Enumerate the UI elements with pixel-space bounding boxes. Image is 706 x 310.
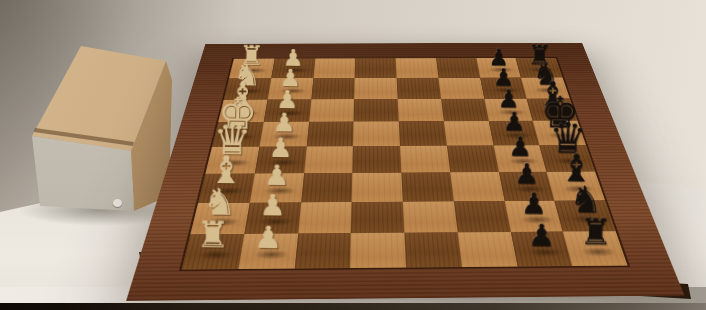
- white-pawn: ♟: [264, 161, 289, 189]
- square: [351, 201, 404, 233]
- square: ♟: [510, 232, 572, 267]
- black-pawn: ♟: [520, 189, 546, 218]
- square: [350, 233, 406, 268]
- square: [298, 202, 352, 234]
- square: [438, 78, 484, 99]
- square: [311, 78, 355, 99]
- square: [294, 233, 351, 268]
- square: [301, 173, 353, 202]
- square: [352, 173, 403, 202]
- square: [400, 146, 450, 173]
- board-grid: ♜♟♟♜♞♟♟♞♝♟♟♝♚♟♟♚♛♟♟♛♝♟♟♝♞♟♟♞♜♟♟♜: [182, 58, 628, 270]
- square: ♜: [182, 234, 244, 269]
- chess-board-wrapper: ♜♟♟♜♞♟♟♞♝♟♟♝♚♟♟♚♛♟♟♛♝♟♟♝♞♟♟♞♜♟♟♜: [172, 0, 628, 310]
- square: [454, 201, 511, 233]
- black-pawn: ♟: [528, 220, 556, 251]
- square: [304, 146, 354, 173]
- square: [398, 99, 444, 122]
- box-sticker-dot: [113, 199, 122, 207]
- white-pawn: ♟: [255, 222, 283, 253]
- black-rook: ♜: [579, 214, 612, 250]
- square: [399, 121, 447, 146]
- square: [447, 146, 499, 173]
- chess-set-photo: ♜♟♟♜♞♟♟♞♝♟♟♝♚♟♟♚♛♟♟♛♝♟♟♝♞♟♟♞♜♟♟♜: [0, 0, 706, 310]
- white-pawn: ♟: [269, 134, 293, 161]
- square: ♟: [238, 234, 298, 269]
- white-pawn: ♟: [260, 190, 287, 219]
- square: [444, 121, 494, 146]
- white-rook: ♜: [197, 217, 230, 254]
- square: [436, 58, 480, 78]
- square: [309, 99, 355, 122]
- black-pawn: ♟: [514, 160, 539, 188]
- square: [450, 172, 504, 201]
- square: [397, 78, 441, 99]
- chess-board: ♜♟♟♜♞♟♟♞♝♟♟♝♚♟♟♚♛♟♟♛♝♟♟♝♞♟♟♞♜♟♟♜: [126, 43, 684, 301]
- square: [306, 122, 354, 147]
- black-pawn: ♟: [508, 133, 532, 160]
- square: [354, 78, 397, 99]
- square: [313, 58, 355, 78]
- square: [441, 99, 489, 122]
- square: [403, 201, 458, 233]
- square: [354, 99, 399, 122]
- square: [353, 122, 400, 147]
- square: [355, 58, 397, 78]
- square: [353, 146, 402, 173]
- square: [457, 232, 517, 267]
- square: [396, 58, 439, 78]
- square: [404, 233, 461, 268]
- square: ♜: [563, 231, 627, 266]
- square: [401, 172, 453, 201]
